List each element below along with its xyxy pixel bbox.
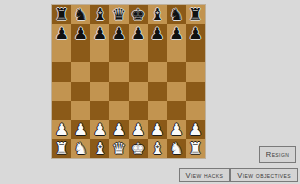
- square-c7[interactable]: ♟: [90, 24, 109, 43]
- piece-black-pawn[interactable]: ♟: [74, 24, 88, 43]
- piece-black-knight[interactable]: ♞: [74, 5, 88, 24]
- piece-black-queen[interactable]: ♛: [112, 5, 126, 24]
- square-f6[interactable]: [148, 43, 167, 62]
- square-f4[interactable]: [148, 82, 167, 101]
- piece-white-rook[interactable]: ♜: [188, 139, 202, 158]
- square-a3[interactable]: [52, 101, 71, 120]
- square-b3[interactable]: [71, 101, 90, 120]
- square-b8[interactable]: ♞: [71, 5, 90, 24]
- square-g1[interactable]: ♞: [167, 139, 186, 158]
- square-b1[interactable]: ♞: [71, 139, 90, 158]
- piece-black-king[interactable]: ♚: [131, 5, 145, 24]
- square-a1[interactable]: ♜: [52, 139, 71, 158]
- piece-white-rook[interactable]: ♜: [54, 139, 68, 158]
- piece-white-pawn[interactable]: ♟: [150, 120, 164, 139]
- piece-black-pawn[interactable]: ♟: [112, 24, 126, 43]
- piece-white-king[interactable]: ♚: [131, 139, 145, 158]
- piece-white-bishop[interactable]: ♝: [150, 139, 164, 158]
- square-d3[interactable]: [109, 101, 128, 120]
- piece-white-pawn[interactable]: ♟: [93, 120, 107, 139]
- square-f2[interactable]: ♟: [148, 120, 167, 139]
- square-b2[interactable]: ♟: [71, 120, 90, 139]
- square-h1[interactable]: ♜: [186, 139, 205, 158]
- piece-black-bishop[interactable]: ♝: [150, 5, 164, 24]
- square-g2[interactable]: ♟: [167, 120, 186, 139]
- piece-black-rook[interactable]: ♜: [188, 5, 202, 24]
- view-hacks-button[interactable]: View hacks: [179, 168, 231, 182]
- square-e7[interactable]: ♟: [129, 24, 148, 43]
- square-b7[interactable]: ♟: [71, 24, 90, 43]
- square-c3[interactable]: [90, 101, 109, 120]
- square-h8[interactable]: ♜: [186, 5, 205, 24]
- square-c5[interactable]: [90, 62, 109, 81]
- square-a4[interactable]: [52, 82, 71, 101]
- square-a6[interactable]: [52, 43, 71, 62]
- piece-white-bishop[interactable]: ♝: [93, 139, 107, 158]
- piece-white-pawn[interactable]: ♟: [188, 120, 202, 139]
- square-g5[interactable]: [167, 62, 186, 81]
- square-d7[interactable]: ♟: [109, 24, 128, 43]
- square-c8[interactable]: ♝: [90, 5, 109, 24]
- piece-black-pawn[interactable]: ♟: [54, 24, 68, 43]
- square-c1[interactable]: ♝: [90, 139, 109, 158]
- piece-white-queen[interactable]: ♛: [112, 139, 126, 158]
- square-h4[interactable]: [186, 82, 205, 101]
- piece-black-pawn[interactable]: ♟: [150, 24, 164, 43]
- square-e4[interactable]: [129, 82, 148, 101]
- piece-black-pawn[interactable]: ♟: [131, 24, 145, 43]
- bottom-button-group: View hacks View objectives: [179, 168, 298, 182]
- square-a7[interactable]: ♟: [52, 24, 71, 43]
- square-d1[interactable]: ♛: [109, 139, 128, 158]
- piece-white-pawn[interactable]: ♟: [131, 120, 145, 139]
- square-b4[interactable]: [71, 82, 90, 101]
- square-e2[interactable]: ♟: [129, 120, 148, 139]
- square-c2[interactable]: ♟: [90, 120, 109, 139]
- square-h6[interactable]: [186, 43, 205, 62]
- piece-white-pawn[interactable]: ♟: [54, 120, 68, 139]
- square-h7[interactable]: ♟: [186, 24, 205, 43]
- square-e3[interactable]: [129, 101, 148, 120]
- square-f3[interactable]: [148, 101, 167, 120]
- square-e6[interactable]: [129, 43, 148, 62]
- view-objectives-button[interactable]: View objectives: [230, 168, 298, 182]
- square-f7[interactable]: ♟: [148, 24, 167, 43]
- square-g3[interactable]: [167, 101, 186, 120]
- piece-black-knight[interactable]: ♞: [169, 5, 183, 24]
- square-f8[interactable]: ♝: [148, 5, 167, 24]
- square-a2[interactable]: ♟: [52, 120, 71, 139]
- piece-white-knight[interactable]: ♞: [169, 139, 183, 158]
- piece-white-pawn[interactable]: ♟: [74, 120, 88, 139]
- square-h5[interactable]: [186, 62, 205, 81]
- square-h3[interactable]: [186, 101, 205, 120]
- square-g8[interactable]: ♞: [167, 5, 186, 24]
- square-g4[interactable]: [167, 82, 186, 101]
- square-f1[interactable]: ♝: [148, 139, 167, 158]
- resign-button[interactable]: Resign: [259, 146, 296, 163]
- square-d6[interactable]: [109, 43, 128, 62]
- square-d2[interactable]: ♟: [109, 120, 128, 139]
- square-b6[interactable]: [71, 43, 90, 62]
- piece-white-pawn[interactable]: ♟: [169, 120, 183, 139]
- square-a5[interactable]: [52, 62, 71, 81]
- square-a8[interactable]: ♜: [52, 5, 71, 24]
- square-b5[interactable]: [71, 62, 90, 81]
- square-c6[interactable]: [90, 43, 109, 62]
- piece-black-pawn[interactable]: ♟: [169, 24, 183, 43]
- piece-white-pawn[interactable]: ♟: [112, 120, 126, 139]
- piece-white-knight[interactable]: ♞: [74, 139, 88, 158]
- square-e5[interactable]: [129, 62, 148, 81]
- square-g6[interactable]: [167, 43, 186, 62]
- chess-board: ♜♞♝♛♚♝♞♜♟♟♟♟♟♟♟♟♟♟♟♟♟♟♟♟♜♞♝♛♚♝♞♜: [52, 5, 205, 158]
- square-d4[interactable]: [109, 82, 128, 101]
- square-e8[interactable]: ♚: [129, 5, 148, 24]
- square-c4[interactable]: [90, 82, 109, 101]
- piece-black-pawn[interactable]: ♟: [188, 24, 202, 43]
- square-d5[interactable]: [109, 62, 128, 81]
- square-f5[interactable]: [148, 62, 167, 81]
- square-d8[interactable]: ♛: [109, 5, 128, 24]
- square-h2[interactable]: ♟: [186, 120, 205, 139]
- square-e1[interactable]: ♚: [129, 139, 148, 158]
- piece-black-pawn[interactable]: ♟: [93, 24, 107, 43]
- square-g7[interactable]: ♟: [167, 24, 186, 43]
- piece-black-bishop[interactable]: ♝: [93, 5, 107, 24]
- piece-black-rook[interactable]: ♜: [54, 5, 68, 24]
